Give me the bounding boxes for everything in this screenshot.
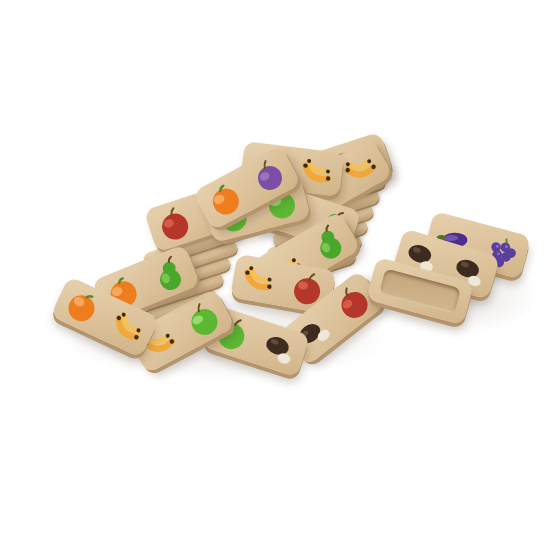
banana-icon: [238, 259, 280, 301]
pear-icon: [146, 250, 193, 297]
mushroom-icon: [257, 326, 302, 371]
orange-icon: [58, 283, 106, 331]
domino-layout: [0, 0, 550, 550]
banana-icon: [104, 304, 152, 352]
product-photo-domino-scene: [0, 0, 550, 550]
red-apple-icon: [152, 201, 197, 246]
